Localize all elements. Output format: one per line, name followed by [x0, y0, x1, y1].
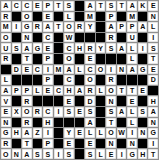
cell-r2c3[interactable]: R [33, 22, 43, 32]
cell-r2c5[interactable]: T [54, 22, 64, 32]
cell-r0c9[interactable]: T [96, 1, 106, 11]
block-r13c1 [12, 139, 22, 149]
block-r5c9 [96, 54, 106, 64]
cell-r6c2[interactable]: E [22, 65, 32, 75]
cell-r14c8[interactable]: S [85, 149, 95, 159]
cell-r12c0[interactable]: G [1, 128, 11, 138]
block-r9c13 [138, 96, 148, 106]
cell-r12c11[interactable]: W [117, 128, 127, 138]
cell-r4c7[interactable]: H [75, 43, 85, 53]
block-r10c9 [96, 107, 106, 117]
cell-r10c13[interactable]: S [138, 107, 148, 117]
cell-r5c14[interactable]: T [148, 54, 158, 64]
cell-r11c14[interactable]: N [148, 118, 158, 128]
block-r1c13 [138, 12, 148, 22]
cell-r8c4[interactable]: E [43, 86, 53, 96]
block-r7c3 [33, 75, 43, 85]
block-r11c9 [96, 118, 106, 128]
cell-r14c6[interactable]: S [64, 149, 74, 159]
block-r6c0 [1, 65, 11, 75]
cell-r8c0[interactable]: A [1, 86, 11, 96]
cell-r13c10[interactable]: N [106, 139, 116, 149]
cell-r0c5[interactable]: T [54, 1, 64, 11]
block-r12c5 [54, 128, 64, 138]
cell-r8c8[interactable]: R [85, 86, 95, 96]
cell-r2c12[interactable]: P [127, 22, 137, 32]
block-r13c11 [117, 139, 127, 149]
cell-r9c2[interactable]: R [22, 96, 32, 106]
block-r9c11 [117, 96, 127, 106]
block-r5c1 [12, 54, 22, 64]
cell-r12c12[interactable]: I [127, 128, 137, 138]
cell-r8c13[interactable]: E [138, 86, 148, 96]
cell-r10c12[interactable]: L [127, 107, 137, 117]
cell-r11c0[interactable]: N [1, 118, 11, 128]
cell-r6c14[interactable]: E [148, 65, 158, 75]
cell-r4c6[interactable]: C [64, 43, 74, 53]
cell-r8c9[interactable]: L [96, 86, 106, 96]
block-r3c3 [33, 33, 43, 43]
cell-r11c8[interactable]: A [85, 118, 95, 128]
cell-r6c9[interactable]: O [96, 65, 106, 75]
cell-r11c10[interactable]: T [106, 118, 116, 128]
block-r3c7 [75, 33, 85, 43]
cell-r12c14[interactable]: G [148, 128, 158, 138]
cell-r9c6[interactable]: E [64, 96, 74, 106]
block-r5c11 [117, 54, 127, 64]
cell-r6c1[interactable]: D [12, 65, 22, 75]
cell-r11c12[interactable]: L [127, 118, 137, 128]
cell-r2c2[interactable]: G [22, 22, 32, 32]
block-r1c9 [96, 12, 106, 22]
cell-r5c0[interactable]: R [1, 54, 11, 64]
cell-r5c6[interactable]: O [64, 54, 74, 64]
cell-r0c0[interactable]: A [1, 1, 11, 11]
cell-r7c4[interactable]: P [43, 75, 53, 85]
cell-r2c8[interactable]: Y [85, 22, 95, 32]
cell-r2c6[interactable]: O [64, 22, 74, 32]
cell-r14c2[interactable]: A [22, 149, 32, 159]
cell-r12c8[interactable]: L [85, 128, 95, 138]
block-r9c5 [54, 96, 64, 106]
cell-r13c12[interactable]: N [127, 139, 137, 149]
cell-r12c2[interactable]: A [22, 128, 32, 138]
cell-r9c0[interactable]: V [1, 96, 11, 106]
block-r9c1 [12, 96, 22, 106]
cell-r2c1[interactable]: I [12, 22, 22, 32]
block-r5c7 [75, 54, 85, 64]
cell-r14c14[interactable]: T [148, 149, 158, 159]
cell-r10c0[interactable]: E [1, 107, 11, 117]
cell-r10c10[interactable]: S [106, 107, 116, 117]
block-r11c6 [64, 118, 74, 128]
cell-r6c13[interactable]: G [138, 65, 148, 75]
cell-r14c1[interactable]: N [12, 149, 22, 159]
block-r9c7 [75, 96, 85, 106]
block-r5c5 [54, 54, 64, 64]
block-r4c5 [54, 43, 64, 53]
cell-r6c3[interactable]: C [33, 65, 43, 75]
cell-r10c11[interactable]: A [117, 107, 127, 117]
cell-r2c4[interactable]: A [43, 22, 53, 32]
cell-r4c3[interactable]: G [33, 43, 43, 53]
cell-r13c6[interactable]: E [64, 139, 74, 149]
cell-r2c13[interactable]: A [138, 22, 148, 32]
cell-r5c12[interactable]: L [127, 54, 137, 64]
cell-r1c2[interactable]: O [22, 12, 32, 22]
cell-r0c3[interactable]: E [33, 1, 43, 11]
cell-r4c10[interactable]: S [106, 43, 116, 53]
block-r13c13 [138, 139, 148, 149]
block-r5c10 [106, 54, 116, 64]
cell-r8c7[interactable]: A [75, 86, 85, 96]
cell-r8c6[interactable]: H [64, 86, 74, 96]
block-r3c9 [96, 33, 106, 43]
cell-r12c6[interactable]: Y [64, 128, 74, 138]
cell-r6c7[interactable]: L [75, 65, 85, 75]
cell-r8c12[interactable]: T [127, 86, 137, 96]
block-r11c1 [12, 118, 22, 128]
cell-r10c6[interactable]: S [64, 107, 74, 117]
cell-r3c4[interactable]: C [43, 33, 53, 43]
cell-r8c1[interactable]: P [12, 86, 22, 96]
cell-r8c5[interactable]: C [54, 86, 64, 96]
cell-r12c9[interactable]: L [96, 128, 106, 138]
cell-r12c4[interactable]: I [43, 128, 53, 138]
cell-r2c14[interactable]: L [148, 22, 158, 32]
cell-r1c12[interactable]: M [127, 12, 137, 22]
cell-r0c11[interactable]: T [117, 1, 127, 11]
cell-r5c4[interactable]: P [43, 54, 53, 64]
cell-r0c13[interactable]: K [138, 1, 148, 11]
cell-r3c6[interactable]: W [64, 33, 74, 43]
block-r7c9 [96, 75, 106, 85]
block-r9c9 [96, 96, 106, 106]
cell-r6c5[interactable]: M [54, 65, 64, 75]
block-r3c5 [54, 33, 64, 43]
cell-r10c7[interactable]: E [75, 107, 85, 117]
cell-r14c5[interactable]: I [54, 149, 64, 159]
cell-r10c5[interactable]: I [54, 107, 64, 117]
cell-r4c1[interactable]: S [12, 43, 22, 53]
cell-r3c10[interactable]: R [106, 33, 116, 43]
cell-r8c10[interactable]: O [106, 86, 116, 96]
block-r14c7 [75, 149, 85, 159]
block-r11c5 [54, 118, 64, 128]
cell-r10c3[interactable]: R [33, 107, 43, 117]
cell-r5c2[interactable]: T [22, 54, 32, 64]
crossword-grid: ACCEPTSATSTAKEROELMPMNMIGRATORYAPPALONCW… [0, 0, 159, 160]
cell-r13c4[interactable]: P [43, 139, 53, 149]
block-r5c13 [138, 54, 148, 64]
cell-r12c1[interactable]: H [12, 128, 22, 138]
cell-r7c14[interactable]: D [148, 75, 158, 85]
block-r0c7 [75, 1, 85, 11]
cell-r9c8[interactable]: D [85, 96, 95, 106]
cell-r7c0[interactable]: L [1, 75, 11, 85]
cell-r8c2[interactable]: P [22, 86, 32, 96]
cell-r9c14[interactable]: H [148, 96, 158, 106]
cell-r0c2[interactable]: C [22, 1, 32, 11]
cell-r7c8[interactable]: O [85, 75, 95, 85]
cell-r4c14[interactable]: S [148, 43, 158, 53]
cell-r4c2[interactable]: A [22, 43, 32, 53]
block-r1c11 [117, 12, 127, 22]
block-r7c5 [54, 75, 64, 85]
block-r7c1 [12, 75, 22, 85]
cell-r2c10[interactable]: A [106, 22, 116, 32]
cell-r2c0[interactable]: M [1, 22, 11, 32]
block-r1c5 [54, 12, 64, 22]
cell-r1c14[interactable]: N [148, 12, 158, 22]
cell-r0c12[interactable]: A [127, 1, 137, 11]
cell-r14c13[interactable]: H [138, 149, 148, 159]
block-r9c3 [33, 96, 43, 106]
cell-r1c0[interactable]: R [1, 12, 11, 22]
cell-r14c0[interactable]: O [1, 149, 11, 159]
cell-r8c3[interactable]: L [33, 86, 43, 96]
block-r2c9 [96, 22, 106, 32]
block-r1c3 [33, 12, 43, 22]
block-r3c1 [12, 33, 22, 43]
block-r8c14 [148, 86, 158, 96]
cell-r9c12[interactable]: E [127, 96, 137, 106]
cell-r14c12[interactable]: G [127, 149, 137, 159]
cell-r4c0[interactable]: U [1, 43, 11, 53]
cell-r2c7[interactable]: R [75, 22, 85, 32]
cell-r13c14[interactable]: I [148, 139, 158, 149]
crossword-puzzle: ACCEPTSATSTAKEROELMPMNMIGRATORYAPPALONCW… [0, 0, 159, 160]
cell-r14c11[interactable]: I [117, 149, 127, 159]
cell-r3c12[interactable]: U [127, 33, 137, 43]
block-r5c3 [33, 54, 43, 64]
block-r13c9 [96, 139, 106, 149]
cell-r14c3[interactable]: S [33, 149, 43, 159]
block-r11c11 [117, 118, 127, 128]
cell-r1c4[interactable]: E [43, 12, 53, 22]
cell-r0c8[interactable]: A [85, 1, 95, 11]
cell-r10c2[interactable]: O [22, 107, 32, 117]
block-r1c7 [75, 12, 85, 22]
cell-r2c11[interactable]: P [117, 22, 127, 32]
cell-r6c10[interactable]: I [106, 65, 116, 75]
cell-r3c14[interactable]: I [148, 33, 158, 43]
cell-r4c9[interactable]: Y [96, 43, 106, 53]
cell-r4c8[interactable]: R [85, 43, 95, 53]
cell-r4c11[interactable]: A [117, 43, 127, 53]
cell-r4c13[interactable]: I [138, 43, 148, 53]
block-r3c11 [117, 33, 127, 43]
cell-r7c10[interactable]: R [106, 75, 116, 85]
block-r13c5 [54, 139, 64, 149]
block-r7c7 [75, 75, 85, 85]
cell-r10c1[interactable]: X [12, 107, 22, 117]
cell-r1c10[interactable]: P [106, 12, 116, 22]
cell-r13c8[interactable]: E [85, 139, 95, 149]
cell-r6c11[interactable]: N [117, 65, 127, 75]
cell-r1c8[interactable]: M [85, 12, 95, 22]
cell-r12c3[interactable]: Z [33, 128, 43, 138]
block-r3c13 [138, 33, 148, 43]
block-r11c3 [33, 118, 43, 128]
block-r7c13 [138, 75, 148, 85]
cell-r0c1[interactable]: C [12, 1, 22, 11]
cell-r10c4[interactable]: C [43, 107, 53, 117]
cell-r9c10[interactable]: N [106, 96, 116, 106]
block-r11c7 [75, 118, 85, 128]
cell-r12c10[interactable]: O [106, 128, 116, 138]
cell-r10c8[interactable]: S [85, 107, 95, 117]
cell-r4c4[interactable]: E [43, 43, 53, 53]
cell-r3c0[interactable]: O [1, 33, 11, 43]
block-r3c8 [85, 33, 95, 43]
cell-r14c10[interactable]: E [106, 149, 116, 159]
cell-r0c10[interactable]: S [106, 1, 116, 11]
cell-r14c9[interactable]: L [96, 149, 106, 159]
cell-r0c6[interactable]: S [64, 1, 74, 11]
cell-r0c14[interactable]: E [148, 1, 158, 11]
cell-r6c12[interactable]: A [127, 65, 137, 75]
cell-r5c8[interactable]: E [85, 54, 95, 64]
block-r9c4 [43, 96, 53, 106]
cell-r13c2[interactable]: T [22, 139, 32, 149]
cell-r14c4[interactable]: S [43, 149, 53, 159]
block-r7c11 [117, 75, 127, 85]
cell-r4c12[interactable]: L [127, 43, 137, 53]
block-r11c13 [138, 118, 148, 128]
cell-r11c4[interactable]: H [43, 118, 53, 128]
cell-r3c2[interactable]: N [22, 33, 32, 43]
cell-r6c4[interactable]: I [43, 65, 53, 75]
cell-r0c4[interactable]: P [43, 1, 53, 11]
cell-r6c8[interactable]: C [85, 65, 95, 75]
cell-r7c6[interactable]: C [64, 75, 74, 85]
block-r13c7 [75, 139, 85, 149]
cell-r12c7[interactable]: E [75, 128, 85, 138]
cell-r13c0[interactable]: R [1, 139, 11, 149]
block-r7c2 [22, 75, 32, 85]
cell-r12c13[interactable]: N [138, 128, 148, 138]
block-r7c12 [127, 75, 137, 85]
block-r1c1 [12, 12, 22, 22]
cell-r10c14[interactable]: A [148, 107, 158, 117]
cell-r6c6[interactable]: A [64, 65, 74, 75]
cell-r1c6[interactable]: L [64, 12, 74, 22]
block-r13c3 [33, 139, 43, 149]
cell-r11c2[interactable]: R [22, 118, 32, 128]
cell-r8c11[interactable]: T [117, 86, 127, 96]
